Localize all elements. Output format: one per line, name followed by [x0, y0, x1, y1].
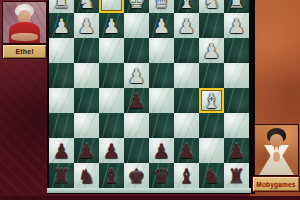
piece-black-R-a8[interactable]: ♜ — [224, 163, 249, 188]
square-c4[interactable] — [174, 63, 199, 88]
square-a7[interactable]: ♟ — [224, 138, 249, 163]
square-d2[interactable]: ♟ — [149, 13, 174, 38]
square-h2[interactable]: ♟ — [49, 13, 74, 38]
piece-black-K-e8[interactable]: ♚ — [124, 163, 149, 188]
square-d1[interactable]: ♛ — [149, 0, 174, 13]
square-d3[interactable] — [149, 38, 174, 63]
piece-white-P-e4[interactable]: ♟ — [124, 63, 149, 88]
piece-white-P-b3[interactable]: ♟ — [199, 38, 224, 63]
piece-white-P-c2[interactable]: ♟ — [174, 13, 199, 38]
piece-black-P-g7[interactable]: ♟ — [74, 138, 99, 163]
player-nameplate: Mobygames — [252, 176, 300, 192]
square-c6[interactable] — [174, 113, 199, 138]
opponent-nameplate: Ethel — [2, 44, 47, 59]
square-e4[interactable]: ♟ — [124, 63, 149, 88]
avatar-face — [270, 134, 283, 147]
piece-white-P-d2[interactable]: ♟ — [149, 13, 174, 38]
square-g6[interactable] — [74, 113, 99, 138]
square-g5[interactable] — [74, 88, 99, 113]
bottom-background-strip — [0, 196, 300, 200]
board-bottom-frame — [47, 188, 251, 194]
square-f2[interactable]: ♟ — [99, 13, 124, 38]
square-d6[interactable] — [149, 113, 174, 138]
square-a6[interactable] — [224, 113, 249, 138]
piece-white-P-h2[interactable]: ♟ — [49, 13, 74, 38]
square-g4[interactable] — [74, 63, 99, 88]
square-d7[interactable]: ♟ — [149, 138, 174, 163]
square-d4[interactable] — [149, 63, 174, 88]
square-e3[interactable] — [124, 38, 149, 63]
piece-white-N-b1[interactable]: ♞ — [199, 0, 224, 13]
piece-black-P-a7[interactable]: ♟ — [224, 138, 249, 163]
opponent-avatar — [2, 1, 47, 44]
square-f3[interactable] — [99, 38, 124, 63]
square-b4[interactable] — [199, 63, 224, 88]
square-e6[interactable] — [124, 113, 149, 138]
square-h1[interactable]: ♜ — [49, 0, 74, 13]
piece-white-P-a2[interactable]: ♟ — [224, 13, 249, 38]
piece-black-P-f7[interactable]: ♟ — [99, 138, 124, 163]
square-c7[interactable]: ♟ — [174, 138, 199, 163]
piece-white-B-b5[interactable]: ♝ — [199, 88, 224, 113]
piece-black-N-b8[interactable]: ♞ — [199, 163, 224, 188]
square-h3[interactable] — [49, 38, 74, 63]
square-h5[interactable] — [49, 88, 74, 113]
piece-black-B-c8[interactable]: ♝ — [174, 163, 199, 188]
player-avatar — [254, 124, 299, 176]
square-g8[interactable]: ♞ — [74, 163, 99, 188]
avatar-hands — [273, 152, 280, 162]
player-name: Mobygames — [256, 181, 295, 188]
square-g3[interactable] — [74, 38, 99, 63]
opponent-name: Ethel — [15, 48, 33, 55]
piece-black-R-h8[interactable]: ♜ — [49, 163, 74, 188]
piece-black-Q-d8[interactable]: ♛ — [149, 163, 174, 188]
piece-white-R-a1[interactable]: ♜ — [224, 0, 249, 13]
square-g2[interactable]: ♟ — [74, 13, 99, 38]
square-c1[interactable]: ♝ — [174, 0, 199, 13]
square-h7[interactable]: ♟ — [49, 138, 74, 163]
square-a8[interactable]: ♜ — [224, 163, 249, 188]
square-h4[interactable] — [49, 63, 74, 88]
piece-white-P-g2[interactable]: ♟ — [74, 13, 99, 38]
square-d8[interactable]: ♛ — [149, 163, 174, 188]
square-g7[interactable]: ♟ — [74, 138, 99, 163]
avatar-arms — [11, 33, 38, 41]
square-a5[interactable] — [224, 88, 249, 113]
piece-black-N-g8[interactable]: ♞ — [74, 163, 99, 188]
piece-white-K-e1[interactable]: ♚ — [124, 0, 149, 13]
piece-black-P-h7[interactable]: ♟ — [49, 138, 74, 163]
piece-white-B-c1[interactable]: ♝ — [174, 0, 199, 13]
square-c5[interactable] — [174, 88, 199, 113]
piece-white-N-g1[interactable]: ♞ — [74, 0, 99, 13]
square-h6[interactable] — [49, 113, 74, 138]
square-b3[interactable]: ♟ — [199, 38, 224, 63]
square-f8[interactable]: ♝ — [99, 163, 124, 188]
piece-black-B-f8[interactable]: ♝ — [99, 163, 124, 188]
square-d5[interactable] — [149, 88, 174, 113]
chess-board-frame: ♜♞♚♛♝♞♜♟♟♟♟♟♟♟♟♟♝♟♟♟♟♟♟♜♞♝♚♛♝♞♜ — [47, 0, 255, 194]
piece-white-R-h1[interactable]: ♜ — [49, 0, 74, 13]
square-c3[interactable] — [174, 38, 199, 63]
square-b5[interactable]: ♝ — [199, 88, 224, 113]
square-a4[interactable] — [224, 63, 249, 88]
square-f7[interactable]: ♟ — [99, 138, 124, 163]
game-screen: ♜♞♚♛♝♞♜♟♟♟♟♟♟♟♟♟♝♟♟♟♟♟♟♜♞♝♚♛♝♞♜ Ethel Mo… — [0, 0, 300, 200]
piece-black-P-c7[interactable]: ♟ — [174, 138, 199, 163]
square-f6[interactable] — [99, 113, 124, 138]
square-a2[interactable]: ♟ — [224, 13, 249, 38]
piece-white-Q-d1[interactable]: ♛ — [149, 0, 174, 13]
square-e7[interactable] — [124, 138, 149, 163]
square-e1[interactable]: ♚ — [124, 0, 149, 13]
square-f1[interactable] — [99, 0, 124, 13]
square-b6[interactable] — [199, 113, 224, 138]
square-b1[interactable]: ♞ — [199, 0, 224, 13]
square-e8[interactable]: ♚ — [124, 163, 149, 188]
square-e5[interactable]: ♟ — [124, 88, 149, 113]
square-g1[interactable]: ♞ — [74, 0, 99, 13]
piece-black-P-e5[interactable]: ♟ — [124, 88, 149, 113]
square-e2[interactable] — [124, 13, 149, 38]
square-b7[interactable] — [199, 138, 224, 163]
square-h8[interactable]: ♜ — [49, 163, 74, 188]
square-c2[interactable]: ♟ — [174, 13, 199, 38]
piece-white-P-f2[interactable]: ♟ — [99, 13, 124, 38]
square-a3[interactable] — [224, 38, 249, 63]
square-b8[interactable]: ♞ — [199, 163, 224, 188]
square-a1[interactable]: ♜ — [224, 0, 249, 13]
square-f5[interactable] — [99, 88, 124, 113]
square-c8[interactable]: ♝ — [174, 163, 199, 188]
piece-black-P-d7[interactable]: ♟ — [149, 138, 174, 163]
square-f4[interactable] — [99, 63, 124, 88]
square-b2[interactable] — [199, 13, 224, 38]
chess-board[interactable]: ♜♞♚♛♝♞♜♟♟♟♟♟♟♟♟♟♝♟♟♟♟♟♟♜♞♝♚♛♝♞♜ — [49, 0, 249, 188]
